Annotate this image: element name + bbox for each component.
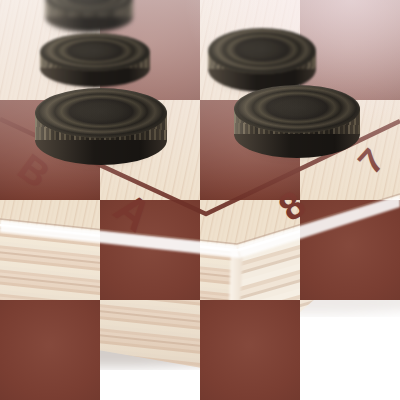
square-c7[interactable] bbox=[200, 100, 300, 200]
square-a7[interactable] bbox=[0, 100, 100, 200]
board-photo-scene: BA87 bbox=[0, 0, 400, 400]
board-grid bbox=[0, 0, 400, 400]
square-c8[interactable] bbox=[200, 0, 300, 100]
square-c5[interactable] bbox=[200, 300, 300, 400]
square-d5[interactable] bbox=[300, 300, 400, 400]
square-d6[interactable] bbox=[300, 200, 400, 300]
square-b6[interactable] bbox=[100, 200, 200, 300]
square-c6[interactable] bbox=[200, 200, 300, 300]
square-a8[interactable] bbox=[0, 0, 100, 100]
square-b8[interactable] bbox=[100, 0, 200, 100]
square-b7[interactable] bbox=[100, 100, 200, 200]
square-b5[interactable] bbox=[100, 300, 200, 400]
square-d7[interactable] bbox=[300, 100, 400, 200]
square-d8[interactable] bbox=[300, 0, 400, 100]
square-a5[interactable] bbox=[0, 300, 100, 400]
square-a6[interactable] bbox=[0, 200, 100, 300]
